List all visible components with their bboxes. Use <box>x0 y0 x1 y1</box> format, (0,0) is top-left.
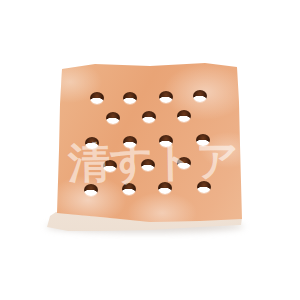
brick-hole <box>196 134 210 146</box>
holes-layer <box>0 0 300 300</box>
product-photo: 清すトア <box>0 0 300 300</box>
brick-hole <box>177 157 191 169</box>
brick-hole <box>123 92 137 104</box>
brick-hole <box>193 90 207 102</box>
brick-hole <box>123 136 137 148</box>
brick-hole <box>90 92 104 104</box>
brick-hole <box>197 181 211 193</box>
brick-hole <box>84 184 98 196</box>
brick-hole <box>122 183 136 195</box>
brick-hole <box>142 111 156 123</box>
brick-hole <box>159 135 173 147</box>
brick-hole <box>158 182 172 194</box>
brick-hole <box>159 91 173 103</box>
brick-hole <box>103 160 117 172</box>
brick-hole <box>141 159 155 171</box>
brick-hole <box>85 137 99 149</box>
brick-hole <box>106 112 120 124</box>
brick-hole <box>177 110 191 122</box>
